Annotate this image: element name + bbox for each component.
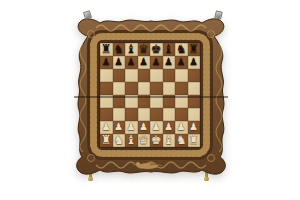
piece-white-r-a1: ♜ <box>101 134 112 146</box>
square-g8: ♞ <box>175 43 188 56</box>
fold-seam <box>74 96 228 98</box>
square-d2: ♟ <box>138 121 151 134</box>
piece-black-p-h7: ♟ <box>189 57 198 67</box>
piece-white-r-h1: ♜ <box>188 134 199 146</box>
square-b8: ♞ <box>113 43 126 56</box>
square-e6 <box>150 69 163 82</box>
piece-white-b-c1: ♝ <box>126 134 137 146</box>
square-c8: ♝ <box>125 43 138 56</box>
square-a7: ♟ <box>100 56 113 69</box>
square-g6 <box>175 69 188 82</box>
piece-black-p-a7: ♟ <box>102 57 111 67</box>
piece-black-b-f8: ♝ <box>163 43 174 55</box>
square-g5 <box>175 82 188 95</box>
piece-black-p-f7: ♟ <box>164 57 173 67</box>
square-h7: ♟ <box>188 56 201 69</box>
piece-white-p-c2: ♟ <box>127 122 136 132</box>
piece-white-p-d2: ♟ <box>139 122 148 132</box>
square-a5 <box>100 82 113 95</box>
square-e2: ♟ <box>150 121 163 134</box>
square-g1: ♞ <box>175 134 188 147</box>
square-c6 <box>125 69 138 82</box>
piece-black-n-b8: ♞ <box>113 43 124 55</box>
square-f5 <box>163 82 176 95</box>
square-h1: ♜ <box>188 134 201 147</box>
piece-white-b-f1: ♝ <box>163 134 174 146</box>
piece-black-p-e7: ♟ <box>152 57 161 67</box>
piece-black-k-e8: ♚ <box>151 43 162 55</box>
square-f8: ♝ <box>163 43 176 56</box>
piece-white-p-h2: ♟ <box>189 122 198 132</box>
square-b7: ♟ <box>113 56 126 69</box>
square-g3 <box>175 108 188 121</box>
piece-white-p-e2: ♟ <box>152 122 161 132</box>
square-e8: ♚ <box>150 43 163 56</box>
piece-black-n-g8: ♞ <box>176 43 187 55</box>
square-d3 <box>138 108 151 121</box>
square-c5 <box>125 82 138 95</box>
square-f3 <box>163 108 176 121</box>
square-f2: ♟ <box>163 121 176 134</box>
square-b2: ♟ <box>113 121 126 134</box>
piece-black-r-a8: ♜ <box>101 43 112 55</box>
square-d5 <box>138 82 151 95</box>
piece-black-r-h8: ♜ <box>188 43 199 55</box>
square-a8: ♜ <box>100 43 113 56</box>
piece-black-p-d7: ♟ <box>139 57 148 67</box>
piece-white-p-a2: ♟ <box>102 122 111 132</box>
square-h2: ♟ <box>188 121 201 134</box>
square-f7: ♟ <box>163 56 176 69</box>
piece-white-k-e1: ♚ <box>151 134 162 146</box>
square-d7: ♟ <box>138 56 151 69</box>
square-h5 <box>188 82 201 95</box>
square-a3 <box>100 108 113 121</box>
piece-black-b-c8: ♝ <box>126 43 137 55</box>
square-h6 <box>188 69 201 82</box>
square-b6 <box>113 69 126 82</box>
square-e3 <box>150 108 163 121</box>
piece-white-p-f2: ♟ <box>164 122 173 132</box>
piece-black-p-g7: ♟ <box>177 57 186 67</box>
square-d6 <box>138 69 151 82</box>
square-c3 <box>125 108 138 121</box>
square-e1: ♚ <box>150 134 163 147</box>
square-d1: ♛ <box>138 134 151 147</box>
square-f1: ♝ <box>163 134 176 147</box>
square-a2: ♟ <box>100 121 113 134</box>
square-b3 <box>113 108 126 121</box>
piece-white-n-b1: ♞ <box>113 134 124 146</box>
piece-white-p-g2: ♟ <box>177 122 186 132</box>
square-e7: ♟ <box>150 56 163 69</box>
square-b5 <box>113 82 126 95</box>
piece-black-q-d8: ♛ <box>138 43 149 55</box>
piece-black-p-c7: ♟ <box>127 57 136 67</box>
square-g7: ♟ <box>175 56 188 69</box>
square-c2: ♟ <box>125 121 138 134</box>
square-h3 <box>188 108 201 121</box>
square-e5 <box>150 82 163 95</box>
chess-board: ♜♞♝♛♚♝♞♜♟♟♟♟♟♟♟♟♟♟♟♟♟♟♟♟♜♞♝♛♚♝♞♜ <box>72 14 230 180</box>
square-h8: ♜ <box>188 43 201 56</box>
piece-white-p-b2: ♟ <box>114 122 123 132</box>
piece-white-q-d1: ♛ <box>138 134 149 146</box>
square-b1: ♞ <box>113 134 126 147</box>
square-c7: ♟ <box>125 56 138 69</box>
piece-black-p-b7: ♟ <box>114 57 123 67</box>
square-g2: ♟ <box>175 121 188 134</box>
square-c1: ♝ <box>125 134 138 147</box>
product-photo: ♜♞♝♛♚♝♞♜♟♟♟♟♟♟♟♟♟♟♟♟♟♟♟♟♜♞♝♛♚♝♞♜ <box>0 0 300 200</box>
board-grid-8x8: ♜♞♝♛♚♝♞♜♟♟♟♟♟♟♟♟♟♟♟♟♟♟♟♟♜♞♝♛♚♝♞♜ <box>100 43 200 147</box>
square-a6 <box>100 69 113 82</box>
square-a1: ♜ <box>100 134 113 147</box>
square-f6 <box>163 69 176 82</box>
piece-white-n-g1: ♞ <box>176 134 187 146</box>
square-d8: ♛ <box>138 43 151 56</box>
